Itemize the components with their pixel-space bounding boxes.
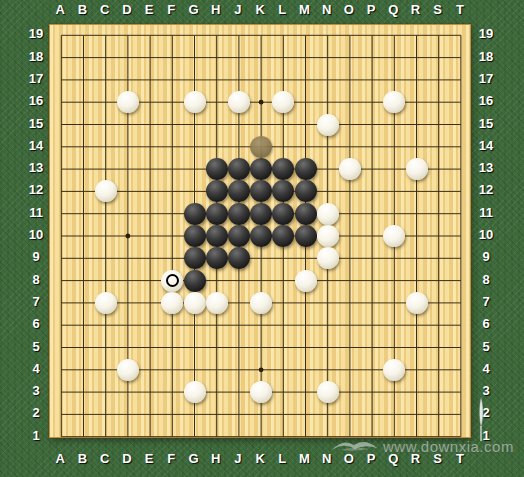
row-label-right-7: 7 (473, 295, 499, 309)
row-label-left-3: 3 (23, 384, 49, 398)
row-label-left-1: 1 (23, 429, 49, 443)
row-label-left-10: 10 (23, 228, 49, 242)
black-stone[interactable] (228, 225, 250, 247)
row-label-left-8: 8 (23, 273, 49, 287)
white-stone[interactable] (117, 91, 139, 113)
black-stone[interactable] (250, 225, 272, 247)
row-label-right-13: 13 (473, 161, 499, 175)
black-stone[interactable] (206, 225, 228, 247)
white-stone[interactable] (317, 247, 339, 269)
column-label-top-T: T (447, 3, 473, 17)
wings-logo-icon (330, 435, 380, 455)
white-stone[interactable] (339, 158, 361, 180)
white-stone[interactable] (95, 180, 117, 202)
white-stone[interactable] (317, 203, 339, 225)
row-label-right-18: 18 (473, 50, 499, 64)
white-stone[interactable] (184, 381, 206, 403)
row-label-left-19: 19 (23, 27, 49, 41)
row-label-left-5: 5 (23, 340, 49, 354)
row-label-left-12: 12 (23, 183, 49, 197)
white-stone[interactable] (95, 292, 117, 314)
white-stone[interactable] (317, 381, 339, 403)
white-stone[interactable] (383, 359, 405, 381)
row-label-right-12: 12 (473, 183, 499, 197)
row-label-left-17: 17 (23, 72, 49, 86)
white-stone[interactable] (228, 91, 250, 113)
row-label-left-11: 11 (23, 206, 49, 220)
white-stone[interactable] (317, 225, 339, 247)
black-stone[interactable] (295, 203, 317, 225)
white-stone[interactable] (117, 359, 139, 381)
row-label-left-6: 6 (23, 317, 49, 331)
white-stone[interactable] (250, 292, 272, 314)
ghost-stone[interactable] (250, 136, 272, 158)
row-label-left-9: 9 (23, 250, 49, 264)
row-label-right-17: 17 (473, 72, 499, 86)
row-label-left-14: 14 (23, 139, 49, 153)
row-label-right-10: 10 (473, 228, 499, 242)
white-stone[interactable] (184, 292, 206, 314)
row-label-right-16: 16 (473, 94, 499, 108)
black-stone[interactable] (206, 203, 228, 225)
row-label-right-14: 14 (473, 139, 499, 153)
black-stone[interactable] (295, 225, 317, 247)
black-stone[interactable] (206, 180, 228, 202)
go-app-window: ABCDEFGHJKLMNOPQRST ABCDEFGHJKLMNOPQRST … (0, 0, 524, 477)
black-stone[interactable] (206, 247, 228, 269)
row-label-right-19: 19 (473, 27, 499, 41)
row-label-left-13: 13 (23, 161, 49, 175)
black-stone[interactable] (184, 225, 206, 247)
white-stone[interactable] (317, 114, 339, 136)
last-move-marker (166, 274, 179, 287)
row-label-left-7: 7 (23, 295, 49, 309)
row-label-right-5: 5 (473, 340, 499, 354)
black-stone[interactable] (228, 158, 250, 180)
black-stone[interactable] (272, 203, 294, 225)
black-stone[interactable] (184, 270, 206, 292)
white-stone[interactable] (406, 158, 428, 180)
black-stone[interactable] (295, 180, 317, 202)
row-label-left-4: 4 (23, 362, 49, 376)
row-label-right-15: 15 (473, 117, 499, 131)
row-label-right-11: 11 (473, 206, 499, 220)
row-label-left-16: 16 (23, 94, 49, 108)
black-stone[interactable] (228, 203, 250, 225)
black-stone[interactable] (184, 203, 206, 225)
white-stone[interactable] (295, 270, 317, 292)
watermark-text: www.downxia.com (383, 438, 514, 455)
white-stone[interactable] (184, 91, 206, 113)
white-stone[interactable] (161, 270, 183, 292)
row-label-right-9: 9 (473, 250, 499, 264)
white-stone[interactable] (406, 292, 428, 314)
white-stone[interactable] (206, 292, 228, 314)
row-label-right-4: 4 (473, 362, 499, 376)
go-board[interactable] (49, 24, 471, 438)
row-label-left-18: 18 (23, 50, 49, 64)
row-label-left-2: 2 (23, 406, 49, 420)
row-label-right-8: 8 (473, 273, 499, 287)
row-label-left-15: 15 (23, 117, 49, 131)
black-stone[interactable] (295, 158, 317, 180)
black-stone[interactable] (184, 247, 206, 269)
black-stone[interactable] (206, 158, 228, 180)
black-stone[interactable] (250, 203, 272, 225)
row-label-right-6: 6 (473, 317, 499, 331)
feather-cursor-icon[interactable] (474, 396, 488, 442)
